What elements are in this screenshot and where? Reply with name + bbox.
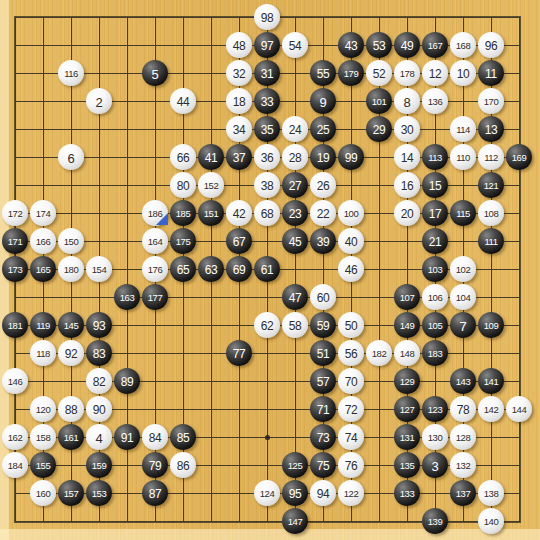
stone-22: 22: [310, 200, 336, 226]
stone-number: 115: [456, 209, 470, 219]
stone-130: 130: [422, 424, 448, 450]
stone-number: 153: [92, 489, 106, 499]
stone-number: 82: [93, 376, 106, 388]
stone-59: 59: [310, 312, 336, 338]
stone-70: 70: [338, 368, 364, 394]
stone-106: 106: [422, 284, 448, 310]
stone-number: 68: [261, 208, 274, 220]
stone-number: 52: [373, 68, 386, 80]
stone-29: 29: [366, 116, 392, 142]
stone-32: 32: [226, 60, 252, 86]
stone-27: 27: [282, 172, 308, 198]
stone-46: 46: [338, 256, 364, 282]
stone-11: 11: [478, 60, 504, 86]
stone-number: 14: [401, 152, 414, 164]
stone-number: 33: [261, 96, 274, 108]
stone-number: 103: [428, 265, 442, 275]
stone-number: 13: [485, 124, 498, 136]
stone-number: 76: [345, 460, 358, 472]
stone-number: 182: [372, 349, 386, 359]
stone-47: 47: [282, 284, 308, 310]
stone-137: 137: [450, 480, 476, 506]
stone-number: 132: [456, 461, 470, 471]
stone-57: 57: [310, 368, 336, 394]
stone-number: 44: [177, 96, 190, 108]
stone-number: 154: [92, 265, 106, 275]
stone-120: 120: [30, 396, 56, 422]
stone-number: 99: [345, 152, 358, 164]
stone-19: 19: [310, 144, 336, 170]
stone-number: 10: [457, 68, 470, 80]
stone-50: 50: [338, 312, 364, 338]
stone-number: 114: [456, 125, 470, 135]
stone-number: 186: [148, 209, 162, 219]
stone-160: 160: [30, 480, 56, 506]
stone-number: 47: [289, 292, 302, 304]
stone-number: 22: [317, 208, 330, 220]
stone-number: 151: [204, 209, 218, 219]
stone-39: 39: [310, 228, 336, 254]
stone-number: 109: [484, 321, 498, 331]
stone-number: 59: [317, 320, 330, 332]
stone-152: 152: [198, 172, 224, 198]
stone-number: 131: [400, 433, 414, 443]
stone-180: 180: [58, 256, 84, 282]
stone-number: 183: [428, 349, 442, 359]
stone-140: 140: [478, 508, 504, 534]
stone-number: 77: [233, 348, 246, 360]
stone-65: 65: [170, 256, 196, 282]
stone-number: 84: [149, 432, 162, 444]
stone-number: 88: [65, 404, 78, 416]
stone-number: 87: [149, 488, 162, 500]
stone-131: 131: [394, 424, 420, 450]
stone-number: 20: [401, 208, 414, 220]
stone-58: 58: [282, 312, 308, 338]
stone-number: 164: [148, 237, 162, 247]
stone-54: 54: [282, 32, 308, 58]
stone-number: 98: [261, 12, 274, 24]
stone-108: 108: [478, 200, 504, 226]
stone-9: 9: [310, 88, 336, 114]
stone-147: 147: [282, 508, 308, 534]
stone-44: 44: [170, 88, 196, 114]
stone-127: 127: [394, 396, 420, 422]
stone-179: 179: [338, 60, 364, 86]
stone-number: 121: [484, 181, 498, 191]
stone-number: 175: [176, 237, 190, 247]
stone-138: 138: [478, 480, 504, 506]
stone-33: 33: [254, 88, 280, 114]
stone-number: 39: [317, 236, 330, 248]
stone-number: 15: [429, 180, 442, 192]
stone-24: 24: [282, 116, 308, 142]
stone-number: 150: [64, 237, 78, 247]
stone-171: 171: [2, 228, 28, 254]
stone-153: 153: [86, 480, 112, 506]
stone-173: 173: [2, 256, 28, 282]
stone-183: 183: [422, 340, 448, 366]
stone-74: 74: [338, 424, 364, 450]
stone-107: 107: [394, 284, 420, 310]
stone-number: 177: [148, 293, 162, 303]
stone-161: 161: [58, 424, 84, 450]
stone-number: 92: [65, 348, 78, 360]
stone-number: 80: [177, 180, 190, 192]
stone-37: 37: [226, 144, 252, 170]
stone-92: 92: [58, 340, 84, 366]
stone-number: 147: [288, 517, 302, 527]
stone-number: 122: [344, 489, 358, 499]
stone-157: 157: [58, 480, 84, 506]
stone-69: 69: [226, 256, 252, 282]
stone-109: 109: [478, 312, 504, 338]
stone-23: 23: [282, 200, 308, 226]
stone-number: 166: [36, 237, 50, 247]
stone-number: 73: [317, 432, 330, 444]
stone-number: 127: [400, 405, 414, 415]
stone-88: 88: [58, 396, 84, 422]
stone-number: 53: [373, 40, 386, 52]
stone-number: 38: [261, 180, 274, 192]
stone-number: 56: [345, 348, 358, 360]
stone-119: 119: [30, 312, 56, 338]
stone-number: 157: [64, 489, 78, 499]
stone-49: 49: [394, 32, 420, 58]
stone-number: 31: [261, 68, 274, 80]
stone-148: 148: [394, 340, 420, 366]
stone-number: 176: [148, 265, 162, 275]
stone-number: 94: [317, 488, 330, 500]
stone-number: 133: [400, 489, 414, 499]
stone-number: 63: [205, 264, 218, 276]
stone-number: 75: [317, 460, 330, 472]
stone-116: 116: [58, 60, 84, 86]
stone-83: 83: [86, 340, 112, 366]
stone-number: 112: [484, 153, 498, 163]
stone-number: 32: [233, 68, 246, 80]
stone-124: 124: [254, 480, 280, 506]
stone-number: 163: [120, 293, 134, 303]
stone-28: 28: [282, 144, 308, 170]
stone-146: 146: [2, 368, 28, 394]
stone-159: 159: [86, 452, 112, 478]
stone-26: 26: [310, 172, 336, 198]
stone-number: 138: [484, 489, 498, 499]
stone-number: 185: [176, 209, 190, 219]
stone-number: 46: [345, 264, 358, 276]
stone-number: 129: [400, 377, 414, 387]
stone-20: 20: [394, 200, 420, 226]
stone-number: 95: [289, 488, 302, 500]
stone-42: 42: [226, 200, 252, 226]
stone-75: 75: [310, 452, 336, 478]
stone-67: 67: [226, 228, 252, 254]
stone-number: 61: [261, 264, 274, 276]
stone-95: 95: [282, 480, 308, 506]
stone-number: 51: [317, 348, 330, 360]
stone-41: 41: [198, 144, 224, 170]
stone-number: 170: [484, 97, 498, 107]
stone-number: 54: [289, 40, 302, 52]
stone-number: 159: [92, 461, 106, 471]
stone-145: 145: [58, 312, 84, 338]
stone-168: 168: [450, 32, 476, 58]
stone-number: 43: [345, 40, 358, 52]
stone-number: 89: [121, 376, 134, 388]
stone-177: 177: [142, 284, 168, 310]
stone-135: 135: [394, 452, 420, 478]
stone-number: 178: [400, 69, 414, 79]
go-board[interactable]: 9848975443534916716896116532315517952178…: [0, 0, 540, 540]
stone-number: 74: [345, 432, 358, 444]
stone-4: 4: [86, 424, 112, 450]
stone-number: 155: [36, 461, 50, 471]
stone-number: 40: [345, 236, 358, 248]
stone-170: 170: [478, 88, 504, 114]
stone-53: 53: [366, 32, 392, 58]
stone-114: 114: [450, 116, 476, 142]
stone-number: 101: [372, 97, 386, 107]
stone-number: 139: [428, 517, 442, 527]
stone-number: 137: [456, 489, 470, 499]
stone-number: 90: [93, 404, 106, 416]
stone-102: 102: [450, 256, 476, 282]
stone-number: 72: [345, 404, 358, 416]
stone-98: 98: [254, 4, 280, 30]
stone-number: 104: [456, 293, 470, 303]
stone-165: 165: [30, 256, 56, 282]
stone-number: 60: [317, 292, 330, 304]
stone-number: 58: [289, 320, 302, 332]
stone-10: 10: [450, 60, 476, 86]
stone-182: 182: [366, 340, 392, 366]
stone-139: 139: [422, 508, 448, 534]
stone-number: 119: [36, 321, 50, 331]
stone-number: 37: [233, 152, 246, 164]
stone-number: 145: [64, 321, 78, 331]
stone-110: 110: [450, 144, 476, 170]
stone-number: 71: [317, 404, 330, 416]
stone-3: 3: [422, 452, 448, 478]
board-edge-highlight-bottom: [0, 529, 540, 540]
grid-lines: 9848975443534916716896116532315517952178…: [15, 17, 520, 522]
stone-6: 6: [58, 144, 84, 170]
stone-number: 3: [431, 459, 438, 472]
stone-34: 34: [226, 116, 252, 142]
stone-number: 45: [289, 236, 302, 248]
stone-61: 61: [254, 256, 280, 282]
stone-number: 169: [512, 153, 526, 163]
stone-123: 123: [422, 396, 448, 422]
stone-84: 84: [142, 424, 168, 450]
stone-185: 185: [170, 200, 196, 226]
stone-number: 179: [344, 69, 358, 79]
stone-66: 66: [170, 144, 196, 170]
stone-number: 130: [428, 433, 442, 443]
stone-184: 184: [2, 452, 28, 478]
stone-97: 97: [254, 32, 280, 58]
stone-number: 23: [289, 208, 302, 220]
stone-number: 108: [484, 209, 498, 219]
star-point: [265, 435, 270, 440]
stone-number: 49: [401, 40, 414, 52]
stone-141: 141: [478, 368, 504, 394]
stone-93: 93: [86, 312, 112, 338]
stone-number: 36: [261, 152, 274, 164]
stone-number: 7: [459, 319, 466, 332]
stone-number: 136: [428, 97, 442, 107]
stone-number: 91: [121, 432, 134, 444]
stone-89: 89: [114, 368, 140, 394]
stone-169: 169: [506, 144, 532, 170]
stone-number: 123: [428, 405, 442, 415]
stone-number: 107: [400, 293, 414, 303]
stone-85: 85: [170, 424, 196, 450]
stone-90: 90: [86, 396, 112, 422]
stone-172: 172: [2, 200, 28, 226]
stone-16: 16: [394, 172, 420, 198]
stone-142: 142: [478, 396, 504, 422]
stone-71: 71: [310, 396, 336, 422]
stone-number: 12: [429, 68, 442, 80]
stone-number: 16: [401, 180, 414, 192]
stone-55: 55: [310, 60, 336, 86]
stone-number: 17: [429, 208, 442, 220]
stone-number: 111: [485, 237, 498, 247]
stone-150: 150: [58, 228, 84, 254]
stone-number: 116: [64, 69, 78, 79]
stone-86: 86: [170, 452, 196, 478]
stone-number: 11: [485, 68, 497, 80]
stone-56: 56: [338, 340, 364, 366]
stone-number: 4: [95, 431, 102, 444]
stone-143: 143: [450, 368, 476, 394]
stone-112: 112: [478, 144, 504, 170]
stone-number: 140: [484, 517, 498, 527]
stone-number: 118: [36, 349, 50, 359]
stone-174: 174: [30, 200, 56, 226]
stone-181: 181: [2, 312, 28, 338]
stone-number: 6: [67, 151, 74, 164]
stone-12: 12: [422, 60, 448, 86]
stone-100: 100: [338, 200, 364, 226]
stone-167: 167: [422, 32, 448, 58]
stone-number: 110: [456, 153, 470, 163]
stone-number: 41: [205, 152, 218, 164]
stone-number: 120: [36, 405, 50, 415]
stone-7: 7: [450, 312, 476, 338]
stone-number: 55: [317, 68, 330, 80]
stone-number: 125: [288, 461, 302, 471]
stone-125: 125: [282, 452, 308, 478]
stone-number: 35: [261, 124, 274, 136]
stone-number: 48: [233, 40, 246, 52]
stone-number: 100: [344, 209, 358, 219]
stone-number: 34: [233, 124, 246, 136]
stone-104: 104: [450, 284, 476, 310]
stone-178: 178: [394, 60, 420, 86]
stone-number: 184: [8, 461, 22, 471]
stone-175: 175: [170, 228, 196, 254]
stone-number: 124: [260, 489, 274, 499]
stone-40: 40: [338, 228, 364, 254]
stone-118: 118: [30, 340, 56, 366]
stone-121: 121: [478, 172, 504, 198]
stone-number: 67: [233, 236, 246, 248]
stone-132: 132: [450, 452, 476, 478]
stone-115: 115: [450, 200, 476, 226]
stone-113: 113: [422, 144, 448, 170]
stone-2: 2: [86, 88, 112, 114]
stone-82: 82: [86, 368, 112, 394]
stone-number: 105: [428, 321, 442, 331]
stone-129: 129: [394, 368, 420, 394]
stone-number: 144: [512, 405, 526, 415]
stone-number: 102: [456, 265, 470, 275]
stone-36: 36: [254, 144, 280, 170]
stone-48: 48: [226, 32, 252, 58]
stone-number: 152: [204, 181, 218, 191]
stone-60: 60: [310, 284, 336, 310]
stone-number: 18: [233, 96, 246, 108]
stone-number: 42: [233, 208, 246, 220]
stone-111: 111: [478, 228, 504, 254]
stone-76: 76: [338, 452, 364, 478]
stone-number: 167: [428, 41, 442, 51]
stone-number: 143: [456, 377, 470, 387]
stone-133: 133: [394, 480, 420, 506]
stone-158: 158: [30, 424, 56, 450]
stone-17: 17: [422, 200, 448, 226]
stone-79: 79: [142, 452, 168, 478]
stone-18: 18: [226, 88, 252, 114]
stone-103: 103: [422, 256, 448, 282]
stone-15: 15: [422, 172, 448, 198]
stone-78: 78: [450, 396, 476, 422]
stone-number: 65: [177, 264, 190, 276]
stone-99: 99: [338, 144, 364, 170]
stone-149: 149: [394, 312, 420, 338]
stone-14: 14: [394, 144, 420, 170]
stone-162: 162: [2, 424, 28, 450]
stone-number: 66: [177, 152, 190, 164]
stone-number: 78: [457, 404, 470, 416]
stone-number: 25: [317, 124, 330, 136]
stone-52: 52: [366, 60, 392, 86]
stone-number: 161: [64, 433, 78, 443]
stone-number: 142: [484, 405, 498, 415]
stone-51: 51: [310, 340, 336, 366]
stone-72: 72: [338, 396, 364, 422]
stone-number: 93: [93, 320, 106, 332]
stone-number: 172: [8, 209, 22, 219]
stone-number: 21: [429, 236, 442, 248]
stone-80: 80: [170, 172, 196, 198]
stone-number: 141: [484, 377, 498, 387]
stone-number: 174: [36, 209, 50, 219]
stone-number: 162: [8, 433, 22, 443]
stone-number: 69: [233, 264, 246, 276]
stone-number: 165: [36, 265, 50, 275]
stone-number: 57: [317, 376, 330, 388]
stone-number: 70: [345, 376, 358, 388]
stone-73: 73: [310, 424, 336, 450]
stone-105: 105: [422, 312, 448, 338]
stone-96: 96: [478, 32, 504, 58]
stone-number: 113: [428, 153, 442, 163]
stone-166: 166: [30, 228, 56, 254]
